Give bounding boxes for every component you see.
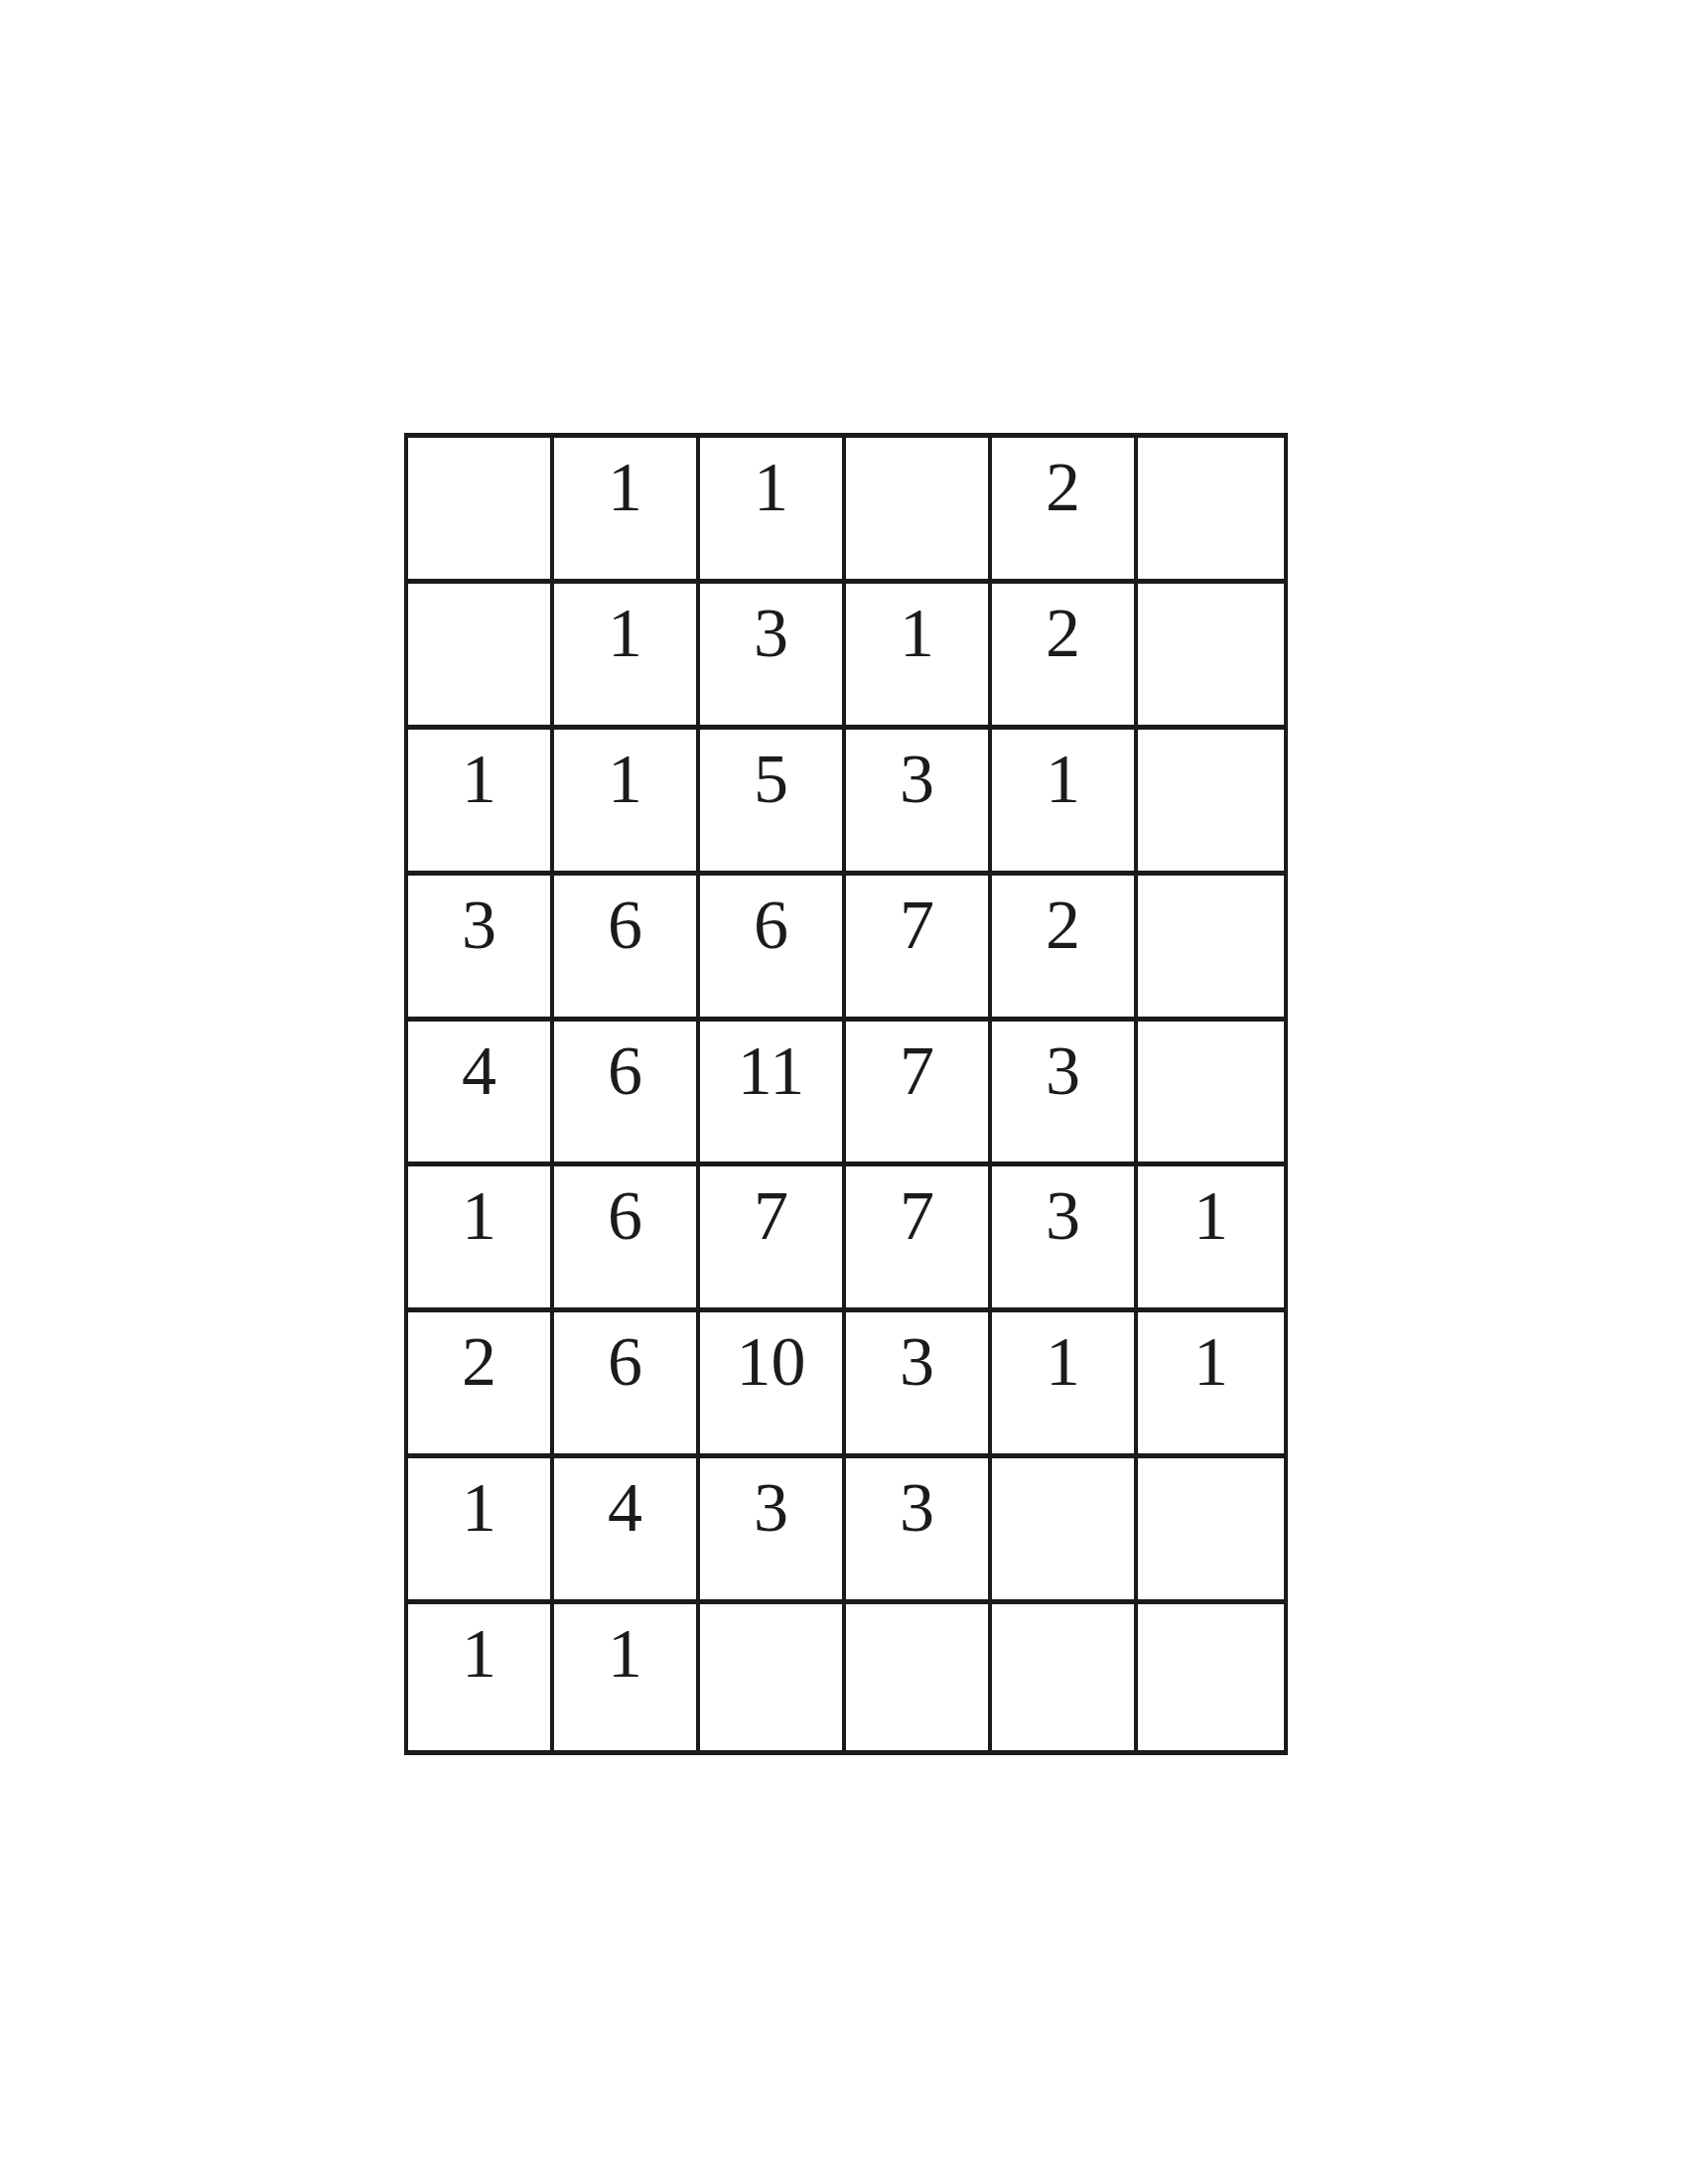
grid-cell[interactable]: [408, 584, 554, 730]
grid-cell[interactable]: 10: [700, 1312, 846, 1458]
grid-cell[interactable]: [1138, 584, 1284, 730]
grid-cell[interactable]: 1: [554, 730, 700, 876]
grid-cell[interactable]: 7: [846, 1022, 992, 1167]
grid-cell[interactable]: [992, 1458, 1138, 1604]
grid-cell[interactable]: [846, 438, 992, 584]
grid-cell[interactable]: 6: [554, 876, 700, 1022]
grid-cell[interactable]: 6: [700, 876, 846, 1022]
grid-cell[interactable]: 3: [408, 876, 554, 1022]
grid-cell[interactable]: 1: [1138, 1312, 1284, 1458]
grid-cell[interactable]: [700, 1604, 846, 1750]
grid-cell[interactable]: [1138, 438, 1284, 584]
grid-cell[interactable]: [408, 438, 554, 584]
grid-cell[interactable]: 6: [554, 1022, 700, 1167]
page: 1 1 2 1 3 1 2 1 1 5 3 1 3 6 6 7 2 4 6 11…: [0, 0, 1688, 2184]
grid-cell[interactable]: 4: [554, 1458, 700, 1604]
grid-cell[interactable]: 3: [992, 1166, 1138, 1312]
grid-cell[interactable]: 3: [992, 1022, 1138, 1167]
grid-cell[interactable]: 6: [554, 1312, 700, 1458]
grid-cell[interactable]: [1138, 876, 1284, 1022]
grid-cell[interactable]: 1: [408, 1458, 554, 1604]
grid-cell[interactable]: 2: [992, 584, 1138, 730]
grid-cell[interactable]: [1138, 730, 1284, 876]
grid-cell[interactable]: [846, 1604, 992, 1750]
grid-cell[interactable]: 1: [992, 1312, 1138, 1458]
grid-cell[interactable]: 1: [992, 730, 1138, 876]
grid-cell[interactable]: 4: [408, 1022, 554, 1167]
grid-cell[interactable]: [1138, 1458, 1284, 1604]
grid-cell[interactable]: 3: [700, 584, 846, 730]
grid-cell[interactable]: 7: [846, 1166, 992, 1312]
grid-cell[interactable]: 2: [408, 1312, 554, 1458]
grid-cell[interactable]: 3: [700, 1458, 846, 1604]
grid-cell[interactable]: 3: [846, 730, 992, 876]
grid-cell[interactable]: 1: [408, 1166, 554, 1312]
grid-cell[interactable]: 1: [408, 730, 554, 876]
puzzle-grid: 1 1 2 1 3 1 2 1 1 5 3 1 3 6 6 7 2 4 6 11…: [404, 433, 1288, 1755]
grid-cell[interactable]: 1: [554, 584, 700, 730]
grid-cell[interactable]: 5: [700, 730, 846, 876]
grid-cell[interactable]: 1: [408, 1604, 554, 1750]
grid-cell[interactable]: 7: [846, 876, 992, 1022]
grid-cell[interactable]: 3: [846, 1458, 992, 1604]
grid-cell[interactable]: 1: [1138, 1166, 1284, 1312]
grid-cell[interactable]: 1: [554, 438, 700, 584]
grid-cell[interactable]: 11: [700, 1022, 846, 1167]
grid-cell[interactable]: [1138, 1604, 1284, 1750]
grid-cell[interactable]: 2: [992, 876, 1138, 1022]
grid-cell[interactable]: 2: [992, 438, 1138, 584]
grid-cell[interactable]: 1: [700, 438, 846, 584]
grid-cell[interactable]: 3: [846, 1312, 992, 1458]
grid-cell[interactable]: 6: [554, 1166, 700, 1312]
grid-cell[interactable]: [992, 1604, 1138, 1750]
grid-cell[interactable]: 7: [700, 1166, 846, 1312]
grid-cell[interactable]: 1: [554, 1604, 700, 1750]
grid-cell[interactable]: [1138, 1022, 1284, 1167]
grid-cell[interactable]: 1: [846, 584, 992, 730]
